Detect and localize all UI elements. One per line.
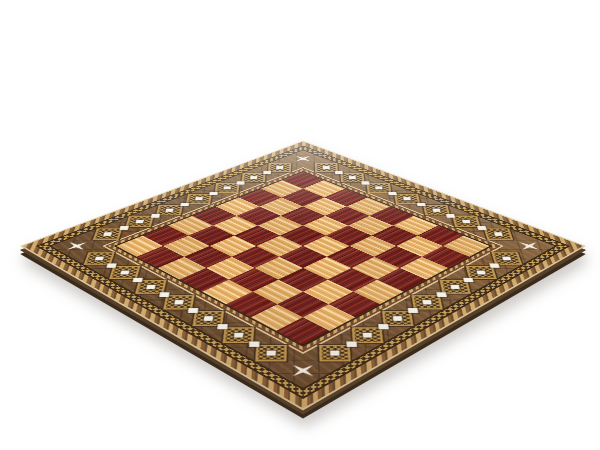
pearl-diamond-inlay bbox=[209, 192, 218, 195]
pearl-diamond-inlay bbox=[263, 171, 271, 174]
border-line-inner bbox=[113, 171, 492, 347]
pearl-diamond-inlay bbox=[446, 214, 456, 218]
pearl-diamond-inlay bbox=[377, 324, 388, 329]
pearl-diamond-inlay bbox=[107, 263, 118, 267]
pearl-diamond-inlay bbox=[389, 192, 398, 195]
mosaic-medallion-inlay bbox=[268, 163, 291, 172]
mosaic-medallion-inlay bbox=[186, 194, 212, 204]
mosaic-medallion-inlay bbox=[156, 205, 183, 215]
pearl-diamond-inlay bbox=[417, 203, 426, 207]
border-dot-band bbox=[39, 146, 568, 397]
pearl-diamond-inlay bbox=[463, 277, 474, 282]
border-inner-stripe-band bbox=[108, 169, 498, 350]
pearl-diamond-inlay bbox=[218, 324, 229, 329]
pearl-diamond-inlay bbox=[477, 226, 487, 230]
border-line-outer bbox=[36, 145, 571, 399]
mosaic-medallion-inlay bbox=[242, 173, 266, 182]
board-top-face bbox=[20, 141, 586, 411]
pearl-diamond-inlay bbox=[236, 181, 244, 184]
pearl-diamond-inlay bbox=[188, 308, 199, 313]
pearl-diamond-inlay bbox=[407, 308, 418, 313]
border-rope-band bbox=[23, 142, 583, 409]
playing-field bbox=[116, 172, 489, 345]
pearl-diamond-inlay bbox=[361, 181, 369, 184]
pearl-diamond-inlay bbox=[346, 341, 357, 347]
border-walnut-band bbox=[51, 150, 554, 388]
pearl-diamond-inlay bbox=[489, 263, 500, 267]
pearl-diamond-inlay bbox=[436, 292, 447, 297]
corner-star-inlay bbox=[289, 153, 318, 164]
photo-background bbox=[0, 0, 600, 450]
border-edge-line bbox=[20, 141, 586, 411]
pearl-diamond-inlay bbox=[249, 341, 260, 347]
pearl-diamond-inlay bbox=[132, 277, 143, 282]
mosaic-medallion-inlay bbox=[214, 183, 239, 193]
pearl-diamond-inlay bbox=[160, 292, 171, 297]
border-inner-light-line bbox=[102, 167, 504, 354]
border-line-mid bbox=[48, 149, 557, 389]
pearl-diamond-inlay bbox=[150, 214, 160, 218]
pearl-diamond-inlay bbox=[180, 203, 189, 207]
border-inner-red-band bbox=[105, 168, 501, 352]
chess-board bbox=[0, 0, 600, 450]
mosaic-medallion-inlay bbox=[255, 345, 287, 362]
corner-star-inlay bbox=[282, 359, 323, 382]
mosaic-medallion-inlay bbox=[484, 228, 513, 239]
mosaic-medallion-inlay bbox=[93, 228, 122, 239]
pearl-diamond-inlay bbox=[335, 171, 343, 174]
mosaic-medallion-inlay bbox=[319, 345, 351, 362]
pearl-diamond-inlay bbox=[119, 226, 129, 230]
mosaic-medallion-inlay bbox=[125, 216, 153, 227]
